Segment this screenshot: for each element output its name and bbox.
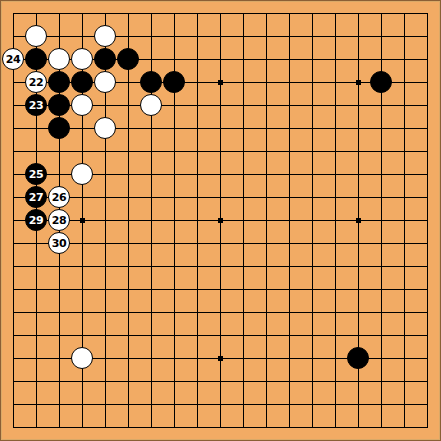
stone-white xyxy=(71,347,93,369)
stone-black xyxy=(347,347,369,369)
stone-white xyxy=(71,48,93,70)
star-point xyxy=(356,218,361,223)
stone-black xyxy=(48,117,70,139)
stone-white xyxy=(71,163,93,185)
stone-black xyxy=(140,71,162,93)
stone-black-move-23: 23 xyxy=(25,94,47,116)
star-point xyxy=(80,218,85,223)
stone-black xyxy=(94,48,116,70)
stone-white-move-30: 30 xyxy=(48,232,70,254)
star-point xyxy=(218,218,223,223)
stone-black xyxy=(117,48,139,70)
stone-black xyxy=(25,48,47,70)
stone-white xyxy=(94,117,116,139)
star-point xyxy=(356,80,361,85)
star-point xyxy=(218,80,223,85)
stone-white xyxy=(94,25,116,47)
stone-black-move-27: 27 xyxy=(25,186,47,208)
stone-white xyxy=(94,71,116,93)
stone-black xyxy=(163,71,185,93)
stone-white-move-22: 22 xyxy=(25,71,47,93)
stone-black-move-25: 25 xyxy=(25,163,47,185)
stone-white xyxy=(140,94,162,116)
star-point xyxy=(218,356,223,361)
stone-white-move-28: 28 xyxy=(48,209,70,231)
stone-black xyxy=(48,94,70,116)
stone-black xyxy=(370,71,392,93)
stone-black xyxy=(48,71,70,93)
stone-white xyxy=(71,94,93,116)
stone-white-move-26: 26 xyxy=(48,186,70,208)
stone-white-move-24: 24 xyxy=(2,48,24,70)
stone-black-move-29: 29 xyxy=(25,209,47,231)
stone-white xyxy=(25,25,47,47)
stone-white xyxy=(48,48,70,70)
go-board: 242223252726292830 xyxy=(0,0,441,441)
stone-black xyxy=(71,71,93,93)
